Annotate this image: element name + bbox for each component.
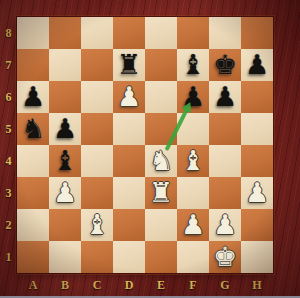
rank-label-6: 6	[0, 81, 17, 113]
square-e5[interactable]	[145, 113, 177, 145]
square-h8[interactable]	[241, 17, 273, 49]
square-g4[interactable]	[209, 145, 241, 177]
file-label-e: E	[145, 273, 177, 298]
black-king-g7[interactable]: ♚	[209, 49, 241, 81]
black-knight-a5[interactable]: ♞	[17, 113, 49, 145]
square-c7[interactable]	[81, 49, 113, 81]
white-pawn-d6[interactable]: ♟	[113, 81, 145, 113]
square-a4[interactable]	[17, 145, 49, 177]
square-g3[interactable]	[209, 177, 241, 209]
square-e7[interactable]	[145, 49, 177, 81]
file-label-d: D	[113, 273, 145, 298]
chess-board-frame: ♜♝♚♟♟♟♟♟♞♟♝♞♝♟♜♟♝♟♟♚ 87654321ABCDEFGH	[0, 0, 300, 298]
square-a7[interactable]	[17, 49, 49, 81]
rank-label-1: 1	[0, 241, 17, 273]
rank-label-4: 4	[0, 145, 17, 177]
square-a3[interactable]	[17, 177, 49, 209]
square-f8[interactable]	[177, 17, 209, 49]
white-pawn-g2[interactable]: ♟	[209, 209, 241, 241]
square-f1[interactable]	[177, 241, 209, 273]
square-g5[interactable]	[209, 113, 241, 145]
square-f5[interactable]	[177, 113, 209, 145]
square-a2[interactable]	[17, 209, 49, 241]
black-bishop-f7[interactable]: ♝	[177, 49, 209, 81]
square-b7[interactable]	[49, 49, 81, 81]
square-c5[interactable]	[81, 113, 113, 145]
square-e8[interactable]	[145, 17, 177, 49]
file-label-b: B	[49, 273, 81, 298]
square-e2[interactable]	[145, 209, 177, 241]
square-f3[interactable]	[177, 177, 209, 209]
white-king-g1[interactable]: ♚	[209, 241, 241, 273]
square-d3[interactable]	[113, 177, 145, 209]
square-b1[interactable]	[49, 241, 81, 273]
square-b8[interactable]	[49, 17, 81, 49]
square-c3[interactable]	[81, 177, 113, 209]
rank-label-3: 3	[0, 177, 17, 209]
file-label-c: C	[81, 273, 113, 298]
rank-label-7: 7	[0, 49, 17, 81]
square-d1[interactable]	[113, 241, 145, 273]
square-d2[interactable]	[113, 209, 145, 241]
square-d5[interactable]	[113, 113, 145, 145]
square-d4[interactable]	[113, 145, 145, 177]
chess-board: ♜♝♚♟♟♟♟♟♞♟♝♞♝♟♜♟♝♟♟♚	[17, 17, 273, 273]
square-h4[interactable]	[241, 145, 273, 177]
black-pawn-h7[interactable]: ♟	[241, 49, 273, 81]
black-bishop-b4[interactable]: ♝	[49, 145, 81, 177]
rank-label-8: 8	[0, 17, 17, 49]
square-h6[interactable]	[241, 81, 273, 113]
white-bishop-c2[interactable]: ♝	[81, 209, 113, 241]
black-rook-d7[interactable]: ♜	[113, 49, 145, 81]
white-pawn-h3[interactable]: ♟	[241, 177, 273, 209]
square-b6[interactable]	[49, 81, 81, 113]
square-e6[interactable]	[145, 81, 177, 113]
rank-label-2: 2	[0, 209, 17, 241]
rank-label-5: 5	[0, 113, 17, 145]
white-bishop-f4[interactable]: ♝	[177, 145, 209, 177]
black-pawn-b5[interactable]: ♟	[49, 113, 81, 145]
square-h5[interactable]	[241, 113, 273, 145]
square-h1[interactable]	[241, 241, 273, 273]
file-label-g: G	[209, 273, 241, 298]
square-a1[interactable]	[17, 241, 49, 273]
file-label-f: F	[177, 273, 209, 298]
square-a8[interactable]	[17, 17, 49, 49]
file-label-a: A	[17, 273, 49, 298]
black-pawn-g6[interactable]: ♟	[209, 81, 241, 113]
file-label-h: H	[241, 273, 273, 298]
square-c6[interactable]	[81, 81, 113, 113]
square-c8[interactable]	[81, 17, 113, 49]
square-e1[interactable]	[145, 241, 177, 273]
black-pawn-a6[interactable]: ♟	[17, 81, 49, 113]
square-g8[interactable]	[209, 17, 241, 49]
white-rook-e3[interactable]: ♜	[145, 177, 177, 209]
square-d8[interactable]	[113, 17, 145, 49]
white-pawn-b3[interactable]: ♟	[49, 177, 81, 209]
square-h2[interactable]	[241, 209, 273, 241]
white-knight-e4[interactable]: ♞	[145, 145, 177, 177]
square-c1[interactable]	[81, 241, 113, 273]
square-c4[interactable]	[81, 145, 113, 177]
white-pawn-f2[interactable]: ♟	[177, 209, 209, 241]
black-pawn-f6[interactable]: ♟	[177, 81, 209, 113]
square-b2[interactable]	[49, 209, 81, 241]
